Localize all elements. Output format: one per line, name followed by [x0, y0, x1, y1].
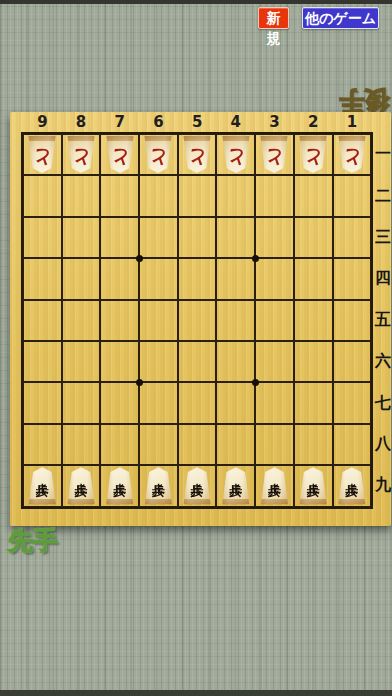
board-grid: ととととととととと歩兵歩兵歩兵歩兵歩兵歩兵歩兵歩兵歩兵	[21, 132, 373, 509]
file-label-7: 7	[100, 113, 139, 132]
sente-pawn[interactable]: 歩兵	[182, 467, 212, 504]
star-point	[252, 379, 259, 386]
square-24[interactable]	[294, 258, 333, 299]
rank-label-2: 二	[374, 175, 392, 216]
sente-pawn[interactable]: 歩兵	[27, 467, 57, 504]
rank-label-8: 八	[374, 424, 392, 465]
gote-tokin[interactable]: と	[182, 136, 212, 173]
square-97[interactable]	[23, 382, 62, 423]
star-point	[136, 379, 143, 386]
new-game-button[interactable]: 新規	[258, 7, 289, 29]
gote-tokin[interactable]: と	[259, 136, 289, 173]
square-73[interactable]	[100, 217, 139, 258]
square-41[interactable]: と	[216, 134, 255, 175]
gote-tokin-glyph: と	[303, 148, 322, 167]
square-53[interactable]	[178, 217, 217, 258]
square-93[interactable]	[23, 217, 62, 258]
square-34[interactable]	[255, 258, 294, 299]
square-63[interactable]	[139, 217, 178, 258]
square-35[interactable]	[255, 300, 294, 341]
square-15[interactable]	[333, 300, 372, 341]
tatami-bottom-edge	[0, 690, 392, 696]
rank-label-3: 三	[374, 217, 392, 258]
square-17[interactable]	[333, 382, 372, 423]
gote-tokin[interactable]: と	[143, 136, 173, 173]
other-games-button[interactable]: 他のゲーム	[302, 7, 379, 29]
square-31[interactable]: と	[255, 134, 294, 175]
square-99[interactable]: 歩兵	[23, 465, 62, 506]
square-58[interactable]	[178, 424, 217, 465]
square-85[interactable]	[62, 300, 101, 341]
square-45[interactable]	[216, 300, 255, 341]
square-87[interactable]	[62, 382, 101, 423]
sente-pawn[interactable]: 歩兵	[298, 467, 328, 504]
square-76[interactable]	[100, 341, 139, 382]
square-52[interactable]	[178, 175, 217, 216]
square-77[interactable]	[100, 382, 139, 423]
square-29[interactable]: 歩兵	[294, 465, 333, 506]
square-89[interactable]: 歩兵	[62, 465, 101, 506]
file-label-2: 2	[294, 113, 333, 132]
square-65[interactable]	[139, 300, 178, 341]
square-47[interactable]	[216, 382, 255, 423]
gote-tokin[interactable]: と	[337, 136, 367, 173]
square-66[interactable]	[139, 341, 178, 382]
square-91[interactable]: と	[23, 134, 62, 175]
square-12[interactable]	[333, 175, 372, 216]
square-28[interactable]	[294, 424, 333, 465]
square-95[interactable]	[23, 300, 62, 341]
sente-pawn[interactable]: 歩兵	[221, 467, 251, 504]
square-61[interactable]: と	[139, 134, 178, 175]
gote-tokin[interactable]: と	[66, 136, 96, 173]
gote-tokin[interactable]: と	[298, 136, 328, 173]
square-37[interactable]	[255, 382, 294, 423]
gote-tokin-glyph: と	[149, 148, 168, 167]
square-83[interactable]	[62, 217, 101, 258]
gote-tokin-glyph: と	[226, 148, 245, 167]
square-56[interactable]	[178, 341, 217, 382]
square-43[interactable]	[216, 217, 255, 258]
square-36[interactable]	[255, 341, 294, 382]
square-14[interactable]	[333, 258, 372, 299]
gote-tokin-glyph: と	[187, 148, 206, 167]
sente-pawn[interactable]: 歩兵	[143, 467, 173, 504]
square-13[interactable]	[333, 217, 372, 258]
app-screen: 新規 他のゲーム 後手 987654321 一二三四五六七八九 とととととととと…	[0, 0, 392, 696]
gote-tokin-glyph: と	[71, 148, 90, 167]
square-46[interactable]	[216, 341, 255, 382]
square-59[interactable]: 歩兵	[178, 465, 217, 506]
square-55[interactable]	[178, 300, 217, 341]
square-27[interactable]	[294, 382, 333, 423]
square-38[interactable]	[255, 424, 294, 465]
file-label-4: 4	[216, 113, 255, 132]
square-39[interactable]: 歩兵	[255, 465, 294, 506]
square-51[interactable]: と	[178, 134, 217, 175]
square-79[interactable]: 歩兵	[100, 465, 139, 506]
square-67[interactable]	[139, 382, 178, 423]
square-49[interactable]: 歩兵	[216, 465, 255, 506]
square-78[interactable]	[100, 424, 139, 465]
square-69[interactable]: 歩兵	[139, 465, 178, 506]
tatami-top-edge	[0, 0, 392, 4]
square-64[interactable]	[139, 258, 178, 299]
rank-label-9: 九	[374, 465, 392, 506]
square-42[interactable]	[216, 175, 255, 216]
file-label-5: 5	[178, 113, 217, 132]
sente-pawn[interactable]: 歩兵	[105, 467, 135, 504]
square-32[interactable]	[255, 175, 294, 216]
square-88[interactable]	[62, 424, 101, 465]
square-11[interactable]: と	[333, 134, 372, 175]
star-point	[252, 255, 259, 262]
square-21[interactable]: と	[294, 134, 333, 175]
square-22[interactable]	[294, 175, 333, 216]
file-label-1: 1	[333, 113, 372, 132]
square-25[interactable]	[294, 300, 333, 341]
square-94[interactable]	[23, 258, 62, 299]
square-84[interactable]	[62, 258, 101, 299]
square-57[interactable]	[178, 382, 217, 423]
square-23[interactable]	[294, 217, 333, 258]
gote-tokin-glyph: と	[265, 148, 284, 167]
square-96[interactable]	[23, 341, 62, 382]
file-label-8: 8	[62, 113, 101, 132]
sente-pawn[interactable]: 歩兵	[337, 467, 367, 504]
square-16[interactable]	[333, 341, 372, 382]
square-48[interactable]	[216, 424, 255, 465]
square-98[interactable]	[23, 424, 62, 465]
rank-label-5: 五	[374, 300, 392, 341]
gote-tokin[interactable]: と	[27, 136, 57, 173]
square-71[interactable]: と	[100, 134, 139, 175]
square-72[interactable]	[100, 175, 139, 216]
file-label-9: 9	[23, 113, 62, 132]
gote-tokin[interactable]: と	[105, 136, 135, 173]
gote-tokin-glyph: と	[33, 148, 52, 167]
sente-pawn[interactable]: 歩兵	[259, 467, 289, 504]
sente-pawn[interactable]: 歩兵	[66, 467, 96, 504]
rank-label-6: 六	[374, 341, 392, 382]
square-81[interactable]: と	[62, 134, 101, 175]
file-coordinates: 987654321	[23, 113, 371, 132]
rank-label-1: 一	[374, 134, 392, 175]
square-86[interactable]	[62, 341, 101, 382]
gote-tokin[interactable]: と	[221, 136, 251, 173]
file-label-3: 3	[255, 113, 294, 132]
square-92[interactable]	[23, 175, 62, 216]
sente-player-label: 先手	[8, 524, 58, 557]
rank-coordinates: 一二三四五六七八九	[374, 134, 392, 507]
rank-label-4: 四	[374, 258, 392, 299]
rank-label-7: 七	[374, 382, 392, 423]
square-19[interactable]: 歩兵	[333, 465, 372, 506]
gote-tokin-glyph: と	[342, 148, 361, 167]
square-44[interactable]	[216, 258, 255, 299]
square-74[interactable]	[100, 258, 139, 299]
square-18[interactable]	[333, 424, 372, 465]
square-68[interactable]	[139, 424, 178, 465]
square-82[interactable]	[62, 175, 101, 216]
square-62[interactable]	[139, 175, 178, 216]
gote-tokin-glyph: と	[110, 148, 129, 167]
square-33[interactable]	[255, 217, 294, 258]
file-label-6: 6	[139, 113, 178, 132]
square-54[interactable]	[178, 258, 217, 299]
square-26[interactable]	[294, 341, 333, 382]
star-point	[136, 255, 143, 262]
square-75[interactable]	[100, 300, 139, 341]
